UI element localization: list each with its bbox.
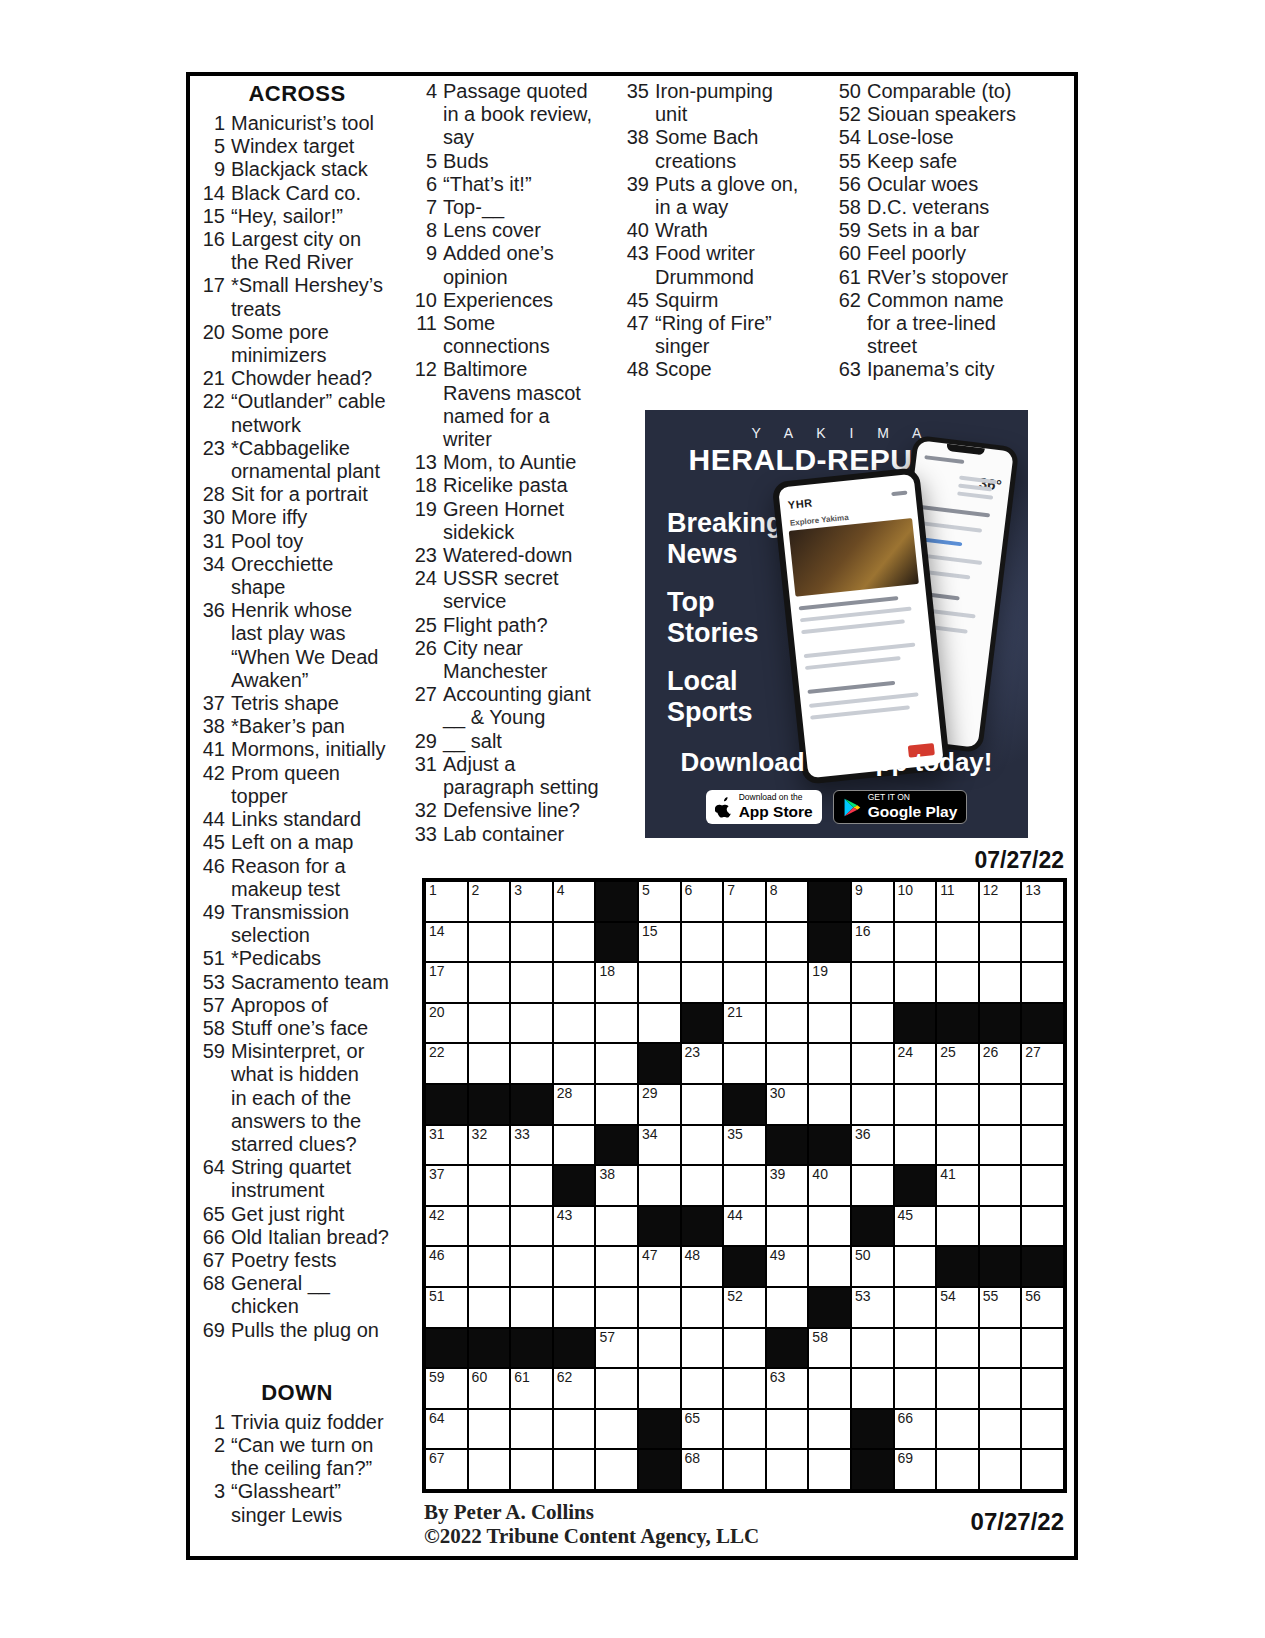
grid-cell-r14c8[interactable] (723, 1409, 766, 1450)
grid-cell-r5c4[interactable] (553, 1043, 596, 1084)
clue-text: Experiences (443, 289, 614, 312)
grid-cell-r2c4[interactable] (553, 922, 596, 963)
clue-across-66: 66Old Italian bread? (198, 1226, 396, 1249)
grid-cell-r8c15[interactable] (1021, 1165, 1064, 1206)
cell-number-14: 14 (429, 924, 445, 939)
grid-cell-r15c12[interactable]: 69 (894, 1449, 937, 1490)
clue-down-19: 19Green Hornet sidekick (410, 498, 614, 544)
grid-cell-r2c2[interactable] (468, 922, 511, 963)
clue-text: Windex target (231, 135, 396, 158)
grid-cell-r1c9[interactable]: 8 (766, 881, 809, 922)
grid-cell-r10c4[interactable] (553, 1246, 596, 1287)
grid-cell-r2c11[interactable]: 16 (851, 922, 894, 963)
grid-cell-r11c1[interactable]: 51 (425, 1287, 468, 1328)
clue-number: 55 (834, 150, 867, 173)
grid-cell-r12c8[interactable] (723, 1328, 766, 1369)
grid-cell-r2c6[interactable]: 15 (638, 922, 681, 963)
grid-cell-r14c14[interactable] (979, 1409, 1022, 1450)
grid-cell-r11c15[interactable]: 56 (1021, 1287, 1064, 1328)
clue-text: Lab container (443, 823, 614, 846)
grid-cell-r8c2[interactable] (468, 1165, 511, 1206)
puzzle-date-top: 07/27/22 (974, 847, 1064, 874)
grid-cell-r12c6[interactable] (638, 1328, 681, 1369)
grid-cell-r4c6[interactable] (638, 1003, 681, 1044)
grid-cell-r8c10[interactable]: 40 (808, 1165, 851, 1206)
google-play-icon (843, 797, 862, 818)
grid-cell-r6c5[interactable] (595, 1084, 638, 1125)
grid-cell-r14c12[interactable]: 66 (894, 1409, 937, 1450)
grid-cell-r14c9[interactable] (766, 1409, 809, 1450)
grid-cell-r8c6[interactable] (638, 1165, 681, 1206)
grid-cell-r9c3[interactable] (510, 1206, 553, 1247)
grid-cell-r7c6[interactable]: 34 (638, 1125, 681, 1166)
clue-down-26: 26City near Manchester (410, 637, 614, 683)
grid-cell-r6c10[interactable] (808, 1084, 851, 1125)
apple-icon (715, 797, 733, 818)
clue-across-28: 28Sit for a portrait (198, 483, 396, 506)
cell-number-64: 64 (429, 1411, 445, 1426)
clue-number: 3 (198, 1480, 231, 1526)
grid-cell-r4c15-black (1021, 1003, 1064, 1044)
grid-cell-r14c4[interactable] (553, 1409, 596, 1450)
cell-number-53: 53 (855, 1289, 871, 1304)
grid-cell-r5c10[interactable] (808, 1043, 851, 1084)
cell-number-33: 33 (514, 1127, 530, 1142)
grid-cell-r6c14[interactable] (979, 1084, 1022, 1125)
grid-cell-r12c14[interactable] (979, 1328, 1022, 1369)
grid-cell-r10c7[interactable]: 48 (681, 1246, 724, 1287)
grid-cell-r15c9[interactable] (766, 1449, 809, 1490)
grid-cell-r1c4[interactable]: 4 (553, 881, 596, 922)
grid-cell-r6c7[interactable] (681, 1084, 724, 1125)
grid-cell-r7c15[interactable] (1021, 1125, 1064, 1166)
grid-cell-r3c5[interactable]: 18 (595, 962, 638, 1003)
grid-cell-r4c3[interactable] (510, 1003, 553, 1044)
grid-cell-r7c8[interactable]: 35 (723, 1125, 766, 1166)
clue-across-41: 41Mormons, initially (198, 738, 396, 761)
grid-cell-r8c8[interactable] (723, 1165, 766, 1206)
grid-cell-r3c9[interactable] (766, 962, 809, 1003)
grid-cell-r7c12[interactable] (894, 1125, 937, 1166)
clue-down-18: 18Ricelike pasta (410, 474, 614, 497)
grid-cell-r9c13[interactable] (936, 1206, 979, 1247)
grid-cell-r6c15[interactable] (1021, 1084, 1064, 1125)
clue-number: 6 (410, 173, 443, 196)
clue-number: 58 (198, 1017, 231, 1040)
clue-number: 26 (410, 637, 443, 683)
clue-down-32: 32Defensive line? (410, 799, 614, 822)
grid-cell-r11c12[interactable] (894, 1287, 937, 1328)
grid-cell-r12c2-black (468, 1328, 511, 1369)
clue-number: 9 (198, 158, 231, 181)
clue-down-55: 55Keep safe (834, 150, 1056, 173)
grid-cell-r13c5[interactable] (595, 1368, 638, 1409)
grid-cell-r10c2[interactable] (468, 1246, 511, 1287)
grid-cell-r13c1[interactable]: 59 (425, 1368, 468, 1409)
grid-cell-r11c14[interactable]: 55 (979, 1287, 1022, 1328)
clue-text: Puts a glove on, in a way (655, 173, 826, 219)
grid-cell-r6c9[interactable]: 30 (766, 1084, 809, 1125)
grid-cell-r1c7[interactable]: 6 (681, 881, 724, 922)
grid-cell-r3c8[interactable] (723, 962, 766, 1003)
grid-cell-r11c2[interactable] (468, 1287, 511, 1328)
grid-cell-r1c11[interactable]: 9 (851, 881, 894, 922)
grid-cell-r13c14[interactable] (979, 1368, 1022, 1409)
grid-cell-r8c5[interactable]: 38 (595, 1165, 638, 1206)
grid-cell-r13c9[interactable]: 63 (766, 1368, 809, 1409)
grid-cell-r9c8[interactable]: 44 (723, 1206, 766, 1247)
grid-cell-r13c2[interactable]: 60 (468, 1368, 511, 1409)
grid-cell-r2c5-black (595, 922, 638, 963)
grid-cell-r6c11[interactable] (851, 1084, 894, 1125)
grid-cell-r15c15[interactable] (1021, 1449, 1064, 1490)
clue-text: Added one’s opinion (443, 242, 614, 288)
grid-cell-r8c9[interactable]: 39 (766, 1165, 809, 1206)
grid-cell-r7c1[interactable]: 31 (425, 1125, 468, 1166)
grid-cell-r7c7[interactable] (681, 1125, 724, 1166)
clue-text: USSR secret service (443, 567, 614, 613)
grid-cell-r6c8-black (723, 1084, 766, 1125)
grid-cell-r10c6[interactable]: 47 (638, 1246, 681, 1287)
grid-cell-r10c1[interactable]: 46 (425, 1246, 468, 1287)
grid-cell-r9c12[interactable]: 45 (894, 1206, 937, 1247)
grid-cell-r15c2[interactable] (468, 1449, 511, 1490)
clue-number: 61 (834, 266, 867, 289)
grid-cell-r11c6[interactable] (638, 1287, 681, 1328)
clue-across-57: 57Apropos of (198, 994, 396, 1017)
cell-number-31: 31 (429, 1127, 445, 1142)
grid-cell-r4c10[interactable] (808, 1003, 851, 1044)
grid-cell-r5c5[interactable] (595, 1043, 638, 1084)
grid-cell-r2c1[interactable]: 14 (425, 922, 468, 963)
grid-cell-r4c5[interactable] (595, 1003, 638, 1044)
grid-cell-r4c9[interactable] (766, 1003, 809, 1044)
grid-cell-r7c10-black (808, 1125, 851, 1166)
grid-cell-r3c4[interactable] (553, 962, 596, 1003)
clue-number: 58 (834, 196, 867, 219)
clue-text: Get just right (231, 1203, 396, 1226)
clue-number: 28 (198, 483, 231, 506)
grid-cell-r11c8[interactable]: 52 (723, 1287, 766, 1328)
grid-cell-r3c2[interactable] (468, 962, 511, 1003)
grid-cell-r6c6[interactable]: 29 (638, 1084, 681, 1125)
grid-cell-r3c14[interactable] (979, 962, 1022, 1003)
grid-cell-r14c10[interactable] (808, 1409, 851, 1450)
cell-number-12: 12 (983, 883, 999, 898)
grid-cell-r10c11[interactable]: 50 (851, 1246, 894, 1287)
clue-text: Manicurist’s tool (231, 112, 396, 135)
grid-cell-r14c15[interactable] (1021, 1409, 1064, 1450)
cell-number-66: 66 (898, 1411, 914, 1426)
clue-number: 11 (410, 312, 443, 358)
grid-cell-r13c12[interactable] (894, 1368, 937, 1409)
grid-cell-r15c4[interactable] (553, 1449, 596, 1490)
clue-across-15: 15“Hey, sailor!” (198, 205, 396, 228)
grid-cell-r12c15[interactable] (1021, 1328, 1064, 1369)
cell-number-32: 32 (472, 1127, 488, 1142)
grid-cell-r3c10[interactable]: 19 (808, 962, 851, 1003)
app-store-badge[interactable]: Download on the App Store (706, 790, 822, 824)
grid-cell-r15c14[interactable] (979, 1449, 1022, 1490)
grid-cell-r6c12[interactable] (894, 1084, 937, 1125)
grid-cell-r3c11[interactable] (851, 962, 894, 1003)
google-play-label: Google Play (868, 803, 958, 821)
grid-cell-r13c7[interactable] (681, 1368, 724, 1409)
clue-text: “Outlander” cable network (231, 390, 396, 436)
grid-cell-r5c2[interactable] (468, 1043, 511, 1084)
grid-cell-r14c1[interactable]: 64 (425, 1409, 468, 1450)
clue-text: Siouan speakers (867, 103, 1056, 126)
grid-cell-r10c9[interactable]: 49 (766, 1246, 809, 1287)
clue-column-4: 50Comparable (to)52Siouan speakers54Lose… (834, 80, 1056, 382)
grid-cell-r5c8[interactable] (723, 1043, 766, 1084)
cell-number-57: 57 (599, 1330, 615, 1345)
clue-text: Reason for a makeup test (231, 855, 396, 901)
grid-cell-r2c7[interactable] (681, 922, 724, 963)
grid-cell-r15c7[interactable]: 68 (681, 1449, 724, 1490)
grid-cell-r1c15[interactable]: 13 (1021, 881, 1064, 922)
grid-cell-r14c13[interactable] (936, 1409, 979, 1450)
grid-cell-r15c13[interactable] (936, 1449, 979, 1490)
grid-cell-r7c2[interactable]: 32 (468, 1125, 511, 1166)
grid-cell-r13c15[interactable] (1021, 1368, 1064, 1409)
cell-number-63: 63 (770, 1370, 786, 1385)
clue-across-65: 65Get just right (198, 1203, 396, 1226)
grid-cell-r1c13[interactable]: 11 (936, 881, 979, 922)
grid-cell-r9c15[interactable] (1021, 1206, 1064, 1247)
grid-cell-r3c13[interactable] (936, 962, 979, 1003)
grid-cell-r15c10[interactable] (808, 1449, 851, 1490)
clue-number: 29 (410, 730, 443, 753)
grid-cell-r6c3-black (510, 1084, 553, 1125)
grid-cell-r13c4[interactable]: 62 (553, 1368, 596, 1409)
clue-text: Blackjack stack (231, 158, 396, 181)
cell-number-11: 11 (940, 883, 955, 898)
grid-cell-r9c2[interactable] (468, 1206, 511, 1247)
grid-cell-r5c13[interactable]: 25 (936, 1043, 979, 1084)
grid-cell-r5c15[interactable]: 27 (1021, 1043, 1064, 1084)
clue-number: 37 (198, 692, 231, 715)
grid-cell-r6c13[interactable] (936, 1084, 979, 1125)
grid-cell-r13c3[interactable]: 61 (510, 1368, 553, 1409)
grid-cell-r8c1[interactable]: 37 (425, 1165, 468, 1206)
grid-cell-r4c11[interactable] (851, 1003, 894, 1044)
grid-cell-r2c9[interactable] (766, 922, 809, 963)
grid-cell-r1c6[interactable]: 5 (638, 881, 681, 922)
grid-cell-r5c9[interactable] (766, 1043, 809, 1084)
grid-cell-r13c6[interactable] (638, 1368, 681, 1409)
clue-text: Old Italian bread? (231, 1226, 396, 1249)
grid-cell-r2c3[interactable] (510, 922, 553, 963)
clue-across-5: 5Windex target (198, 135, 396, 158)
grid-cell-r1c12[interactable]: 10 (894, 881, 937, 922)
grid-cell-r12c11[interactable] (851, 1328, 894, 1369)
grid-cell-r5c7[interactable]: 23 (681, 1043, 724, 1084)
grid-cell-r3c15[interactable] (1021, 962, 1064, 1003)
grid-cell-r4c8[interactable]: 21 (723, 1003, 766, 1044)
grid-cell-r7c3[interactable]: 33 (510, 1125, 553, 1166)
grid-cell-r8c7[interactable] (681, 1165, 724, 1206)
cell-number-27: 27 (1025, 1045, 1041, 1060)
grid-cell-r1c3[interactable]: 3 (510, 881, 553, 922)
grid-cell-r11c4[interactable] (553, 1287, 596, 1328)
grid-cell-r7c14[interactable] (979, 1125, 1022, 1166)
byline-copyright: ©2022 Tribune Content Agency, LLC (424, 1524, 759, 1548)
grid-cell-r4c2[interactable] (468, 1003, 511, 1044)
clue-column-1: ACROSS1Manicurist’s tool5Windex target9B… (198, 80, 396, 1527)
grid-cell-r13c8[interactable] (723, 1368, 766, 1409)
grid-cell-r2c13[interactable] (936, 922, 979, 963)
grid-cell-r1c2[interactable]: 2 (468, 881, 511, 922)
clue-down-13: 13Mom, to Auntie (410, 451, 614, 474)
grid-cell-r15c8[interactable] (723, 1449, 766, 1490)
clue-number: 23 (410, 544, 443, 567)
grid-cell-r12c13[interactable] (936, 1328, 979, 1369)
grid-cell-r7c4[interactable] (553, 1125, 596, 1166)
clue-number: 27 (410, 683, 443, 729)
cell-number-54: 54 (940, 1289, 956, 1304)
grid-cell-r7c13[interactable] (936, 1125, 979, 1166)
grid-cell-r3c3[interactable] (510, 962, 553, 1003)
clue-number: 25 (410, 614, 443, 637)
clue-column-2: 4Passage quoted in a book review, say5Bu… (410, 80, 614, 846)
grid-cell-r12c12[interactable] (894, 1328, 937, 1369)
clue-text: __ salt (443, 730, 614, 753)
clue-text: Transmission selection (231, 901, 396, 947)
grid-cell-r2c14[interactable] (979, 922, 1022, 963)
clue-down-63: 63Ipanema’s city (834, 358, 1056, 381)
grid-cell-r4c4[interactable] (553, 1003, 596, 1044)
grid-cell-r11c3[interactable] (510, 1287, 553, 1328)
grid-cell-r8c13[interactable]: 41 (936, 1165, 979, 1206)
grid-cell-r14c7[interactable]: 65 (681, 1409, 724, 1450)
grid-cell-r5c11[interactable] (851, 1043, 894, 1084)
grid-cell-r2c12[interactable] (894, 922, 937, 963)
clue-down-3: 3“Glassheart” singer Lewis (198, 1480, 396, 1526)
clue-down-45: 45Squirm (622, 289, 826, 312)
grid-cell-r2c8[interactable] (723, 922, 766, 963)
cell-number-46: 46 (429, 1248, 445, 1263)
cell-number-20: 20 (429, 1005, 445, 1020)
grid-cell-r10c5[interactable] (595, 1246, 638, 1287)
grid-cell-r9c5[interactable] (595, 1206, 638, 1247)
grid-cell-r5c12[interactable]: 24 (894, 1043, 937, 1084)
grid-cell-r14c5[interactable] (595, 1409, 638, 1450)
clue-text: “That’s it!” (443, 173, 614, 196)
clue-number: 18 (410, 474, 443, 497)
grid-cell-r11c5[interactable] (595, 1287, 638, 1328)
clue-number: 45 (622, 289, 655, 312)
grid-cell-r10c12[interactable] (894, 1246, 937, 1287)
clue-across-46: 46Reason for a makeup test (198, 855, 396, 901)
grid-cell-r11c13[interactable]: 54 (936, 1287, 979, 1328)
grid-cell-r15c5[interactable] (595, 1449, 638, 1490)
grid-cell-r10c3[interactable] (510, 1246, 553, 1287)
grid-cell-r12c9-black (766, 1328, 809, 1369)
grid-cell-r13c11[interactable] (851, 1368, 894, 1409)
grid-cell-r14c2[interactable] (468, 1409, 511, 1450)
grid-cell-r12c10[interactable]: 58 (808, 1328, 851, 1369)
grid-cell-r4c1[interactable]: 20 (425, 1003, 468, 1044)
clue-text: Links standard (231, 808, 396, 831)
grid-cell-r9c10[interactable] (808, 1206, 851, 1247)
clue-number: 13 (410, 451, 443, 474)
grid-cell-r15c6-black (638, 1449, 681, 1490)
clue-across-53: 53Sacramento team (198, 971, 396, 994)
clue-down-48: 48Scope (622, 358, 826, 381)
google-play-tagline: GET IT ON (868, 793, 958, 803)
grid-cell-r3c7[interactable] (681, 962, 724, 1003)
clue-text: “Hey, sailor!” (231, 205, 396, 228)
grid-cell-r5c3[interactable] (510, 1043, 553, 1084)
grid-cell-r2c15[interactable] (1021, 922, 1064, 963)
clue-text: Ocular woes (867, 173, 1056, 196)
clue-number: 51 (198, 947, 231, 970)
grid-cell-r7c11[interactable]: 36 (851, 1125, 894, 1166)
cell-number-22: 22 (429, 1045, 445, 1060)
grid-cell-r15c3[interactable] (510, 1449, 553, 1490)
grid-cell-r11c9[interactable] (766, 1287, 809, 1328)
grid-cell-r11c11[interactable]: 53 (851, 1287, 894, 1328)
grid-cell-r11c7[interactable] (681, 1287, 724, 1328)
clue-text: Prom queen topper (231, 762, 396, 808)
grid-cell-r9c9[interactable] (766, 1206, 809, 1247)
grid-cell-r5c6-black (638, 1043, 681, 1084)
clue-text: Accounting giant __ & Young (443, 683, 614, 729)
grid-cell-r3c12[interactable] (894, 962, 937, 1003)
app-store-label: App Store (739, 803, 813, 821)
grid-cell-r9c14[interactable] (979, 1206, 1022, 1247)
grid-cell-r6c4[interactable]: 28 (553, 1084, 596, 1125)
grid-cell-r9c4[interactable]: 43 (553, 1206, 596, 1247)
clue-text: *Small Hershey’s treats (231, 274, 396, 320)
grid-cell-r1c14[interactable]: 12 (979, 881, 1022, 922)
google-play-badge[interactable]: GET IT ON Google Play (833, 790, 968, 824)
grid-cell-r12c5[interactable]: 57 (595, 1328, 638, 1369)
clue-number: 52 (834, 103, 867, 126)
clue-number: 69 (198, 1319, 231, 1342)
grid-cell-r8c14[interactable] (979, 1165, 1022, 1206)
grid-cell-r1c5-black (595, 881, 638, 922)
grid-cell-r1c8[interactable]: 7 (723, 881, 766, 922)
cell-number-43: 43 (557, 1208, 573, 1223)
clue-text: Pool toy (231, 530, 396, 553)
grid-cell-r14c3[interactable] (510, 1409, 553, 1450)
grid-cell-r3c1[interactable]: 17 (425, 962, 468, 1003)
clue-across-49: 49Transmission selection (198, 901, 396, 947)
clue-text: Baltimore Ravens mascot named for a writ… (443, 358, 614, 451)
cell-number-47: 47 (642, 1248, 658, 1263)
grid-cell-r8c11[interactable] (851, 1165, 894, 1206)
grid-cell-r1c1[interactable]: 1 (425, 881, 468, 922)
cell-number-56: 56 (1025, 1289, 1041, 1304)
grid-cell-r3c6[interactable] (638, 962, 681, 1003)
grid-cell-r13c13[interactable] (936, 1368, 979, 1409)
grid-cell-r9c1[interactable]: 42 (425, 1206, 468, 1247)
grid-cell-r5c14[interactable]: 26 (979, 1043, 1022, 1084)
grid-cell-r13c10[interactable] (808, 1368, 851, 1409)
clue-number: 33 (410, 823, 443, 846)
cell-number-9: 9 (855, 883, 863, 898)
grid-cell-r10c10[interactable] (808, 1246, 851, 1287)
grid-cell-r15c1[interactable]: 67 (425, 1449, 468, 1490)
grid-cell-r8c3[interactable] (510, 1165, 553, 1206)
grid-cell-r5c1[interactable]: 22 (425, 1043, 468, 1084)
cell-number-50: 50 (855, 1248, 871, 1263)
clue-down-10: 10Experiences (410, 289, 614, 312)
grid-cell-r12c7[interactable] (681, 1328, 724, 1369)
clue-number: 31 (198, 530, 231, 553)
